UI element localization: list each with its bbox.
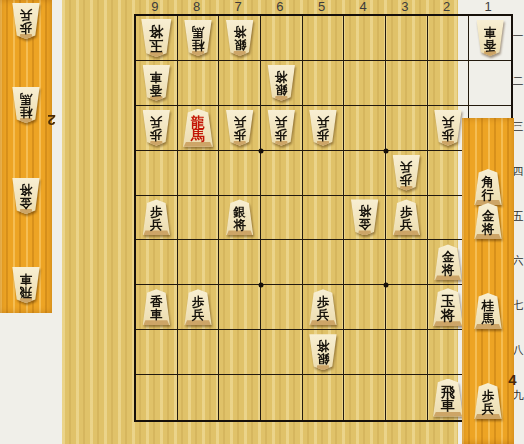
- piece-kanji: 銀将: [307, 334, 338, 370]
- piece-金将-45[interactable]: 金将: [349, 199, 380, 235]
- hand-count-badge: 2: [47, 112, 55, 129]
- piece-歩兵[interactable]: 歩兵: [11, 3, 42, 39]
- square-53[interactable]: 歩兵: [303, 106, 345, 151]
- piece-kanji: 歩兵: [266, 110, 297, 146]
- piece-銀将-62[interactable]: 銀将: [266, 65, 297, 101]
- square-65[interactable]: [261, 196, 303, 241]
- piece-歩兵-35[interactable]: 歩兵: [391, 199, 422, 235]
- square-44[interactable]: [344, 151, 386, 196]
- piece-玉将-27[interactable]: 玉将: [431, 288, 465, 326]
- square-92[interactable]: 香車: [136, 61, 178, 106]
- board-panel: 987654321 玉将桂馬銀将香車香車銀将歩兵龍馬歩兵歩兵歩兵歩兵歩兵歩兵歩兵…: [62, 0, 458, 444]
- hand-count-badge: 4: [508, 371, 516, 388]
- piece-歩兵-53[interactable]: 歩兵: [307, 110, 338, 146]
- piece-香車-92[interactable]: 香車: [141, 65, 172, 101]
- square-61[interactable]: [261, 16, 303, 61]
- piece-kanji: 桂馬: [182, 20, 213, 56]
- square-77[interactable]: [219, 285, 261, 330]
- square-58[interactable]: 銀将: [303, 330, 345, 375]
- piece-飛車[interactable]: 飛車: [11, 267, 42, 303]
- piece-歩兵-63[interactable]: 歩兵: [266, 110, 297, 146]
- square-94[interactable]: [136, 151, 178, 196]
- file-label-7: 7: [217, 0, 259, 14]
- square-81[interactable]: 桂馬: [178, 16, 220, 61]
- square-68[interactable]: [261, 330, 303, 375]
- square-52[interactable]: [303, 61, 345, 106]
- piece-歩兵-87[interactable]: 歩兵: [182, 289, 213, 325]
- piece-金将-26[interactable]: 金将: [432, 244, 463, 280]
- square-76[interactable]: [219, 240, 261, 285]
- square-46[interactable]: [344, 240, 386, 285]
- piece-銀将-58[interactable]: 銀将: [307, 334, 338, 370]
- star-point: [259, 148, 264, 153]
- piece-kanji: 歩兵: [391, 155, 422, 191]
- piece-kanji: 歩兵: [141, 110, 172, 146]
- piece-kanji: 金将: [473, 203, 504, 239]
- square-42[interactable]: [344, 61, 386, 106]
- square-38[interactable]: [386, 330, 428, 375]
- square-87[interactable]: 歩兵: [178, 285, 220, 330]
- hand-piece-歩兵[interactable]: 歩兵: [11, 3, 42, 39]
- file-label-3: 3: [384, 0, 426, 14]
- piece-桂馬[interactable]: 桂馬: [11, 87, 42, 123]
- square-34[interactable]: 歩兵: [386, 151, 428, 196]
- piece-kanji: 銀将: [224, 199, 255, 235]
- piece-香車-97[interactable]: 香車: [141, 289, 172, 325]
- file-label-2: 2: [426, 0, 468, 14]
- square-99[interactable]: [136, 375, 178, 420]
- square-84[interactable]: [178, 151, 220, 196]
- piece-kanji: 玉将: [431, 288, 465, 326]
- piece-kanji: 香車: [141, 65, 172, 101]
- square-49[interactable]: [344, 375, 386, 420]
- square-78[interactable]: [219, 330, 261, 375]
- square-41[interactable]: [344, 16, 386, 61]
- rank-label-2: 二: [511, 59, 524, 104]
- piece-桂馬[interactable]: 桂馬: [473, 293, 504, 329]
- piece-銀将-71[interactable]: 銀将: [224, 20, 255, 56]
- file-label-9: 9: [134, 0, 176, 14]
- star-point: [259, 283, 264, 288]
- piece-kanji: 歩兵: [307, 289, 338, 325]
- piece-kanji: 歩兵: [224, 110, 255, 146]
- square-45[interactable]: 金将: [344, 196, 386, 241]
- file-label-8: 8: [176, 0, 218, 14]
- square-66[interactable]: [261, 240, 303, 285]
- square-54[interactable]: [303, 151, 345, 196]
- piece-kanji: 桂馬: [473, 293, 504, 329]
- piece-kanji: 歩兵: [141, 199, 172, 235]
- square-79[interactable]: [219, 375, 261, 420]
- piece-kanji: 桂馬: [11, 87, 42, 123]
- piece-kanji: 龍馬: [181, 109, 215, 147]
- piece-kanji: 歩兵: [473, 383, 504, 419]
- piece-金将[interactable]: 金将: [11, 178, 42, 214]
- piece-kanji: 香車: [141, 289, 172, 325]
- square-57[interactable]: 歩兵: [303, 285, 345, 330]
- piece-kanji: 歩兵: [11, 3, 42, 39]
- hand-piece-角行[interactable]: 角行: [473, 169, 504, 205]
- piece-歩兵[interactable]: 歩兵: [473, 383, 504, 419]
- square-55[interactable]: [303, 196, 345, 241]
- square-69[interactable]: [261, 375, 303, 420]
- file-label-5: 5: [301, 0, 343, 14]
- hand-piece-桂馬[interactable]: 桂馬2: [11, 87, 42, 123]
- hand-piece-桂馬[interactable]: 桂馬: [473, 293, 504, 329]
- square-39[interactable]: [386, 375, 428, 420]
- piece-歩兵-34[interactable]: 歩兵: [391, 155, 422, 191]
- square-48[interactable]: [344, 330, 386, 375]
- square-64[interactable]: [261, 151, 303, 196]
- piece-玉将-91[interactable]: 玉将: [139, 19, 173, 57]
- square-95[interactable]: 歩兵: [136, 196, 178, 241]
- star-point: [384, 283, 389, 288]
- board-grid: 玉将桂馬銀将香車香車銀将歩兵龍馬歩兵歩兵歩兵歩兵歩兵歩兵歩兵銀将金将歩兵金将歩兵…: [134, 14, 513, 422]
- piece-歩兵-95[interactable]: 歩兵: [141, 199, 172, 235]
- piece-kanji: 金将: [349, 199, 380, 235]
- square-73[interactable]: 歩兵: [219, 106, 261, 151]
- piece-kanji: 飛車: [431, 379, 465, 417]
- square-37[interactable]: [386, 285, 428, 330]
- piece-龍馬-83[interactable]: 龍馬: [181, 109, 215, 147]
- square-93[interactable]: 歩兵: [136, 106, 178, 151]
- square-82[interactable]: [178, 61, 220, 106]
- piece-kanji: 歩兵: [307, 110, 338, 146]
- square-11[interactable]: 香車: [469, 16, 511, 61]
- piece-kanji: 歩兵: [432, 110, 463, 146]
- piece-銀将-75[interactable]: 銀将: [224, 199, 255, 235]
- hand-piece-金将[interactable]: 金将: [11, 178, 42, 214]
- square-83[interactable]: 龍馬: [178, 106, 220, 151]
- square-36[interactable]: [386, 240, 428, 285]
- piece-kanji: 飛車: [11, 267, 42, 303]
- piece-kanji: 金将: [11, 178, 42, 214]
- hand-piece-飛車[interactable]: 飛車: [11, 267, 42, 303]
- piece-kanji: 玉将: [139, 19, 173, 57]
- gote-captured-tray: 歩兵桂馬2金将飛車: [0, 0, 52, 313]
- sente-captured-tray: 角行金将桂馬歩兵4: [462, 118, 514, 444]
- square-62[interactable]: 銀将: [261, 61, 303, 106]
- piece-歩兵-73[interactable]: 歩兵: [224, 110, 255, 146]
- square-22[interactable]: [428, 61, 470, 106]
- file-label-4: 4: [342, 0, 384, 14]
- piece-歩兵-23[interactable]: 歩兵: [432, 110, 463, 146]
- square-86[interactable]: [178, 240, 220, 285]
- file-label-1: 1: [467, 0, 509, 14]
- piece-香車-11[interactable]: 香車: [475, 20, 506, 56]
- piece-kanji: 歩兵: [182, 289, 213, 325]
- square-88[interactable]: [178, 330, 220, 375]
- piece-kanji: 金将: [432, 244, 463, 280]
- piece-歩兵-93[interactable]: 歩兵: [141, 110, 172, 146]
- square-31[interactable]: [386, 16, 428, 61]
- piece-角行[interactable]: 角行: [473, 169, 504, 205]
- square-91[interactable]: 玉将: [136, 16, 178, 61]
- piece-kanji: 銀将: [266, 65, 297, 101]
- square-21[interactable]: [428, 16, 470, 61]
- square-89[interactable]: [178, 375, 220, 420]
- piece-飛車-29[interactable]: 飛車: [431, 379, 465, 417]
- square-96[interactable]: [136, 240, 178, 285]
- square-97[interactable]: 香車: [136, 285, 178, 330]
- square-75[interactable]: 銀将: [219, 196, 261, 241]
- piece-kanji: 香車: [475, 20, 506, 56]
- square-12[interactable]: [469, 61, 511, 106]
- square-32[interactable]: [386, 61, 428, 106]
- square-51[interactable]: [303, 16, 345, 61]
- shogi-app: 歩兵桂馬2金将飛車 987654321 玉将桂馬銀将香車香車銀将歩兵龍馬歩兵歩兵…: [0, 0, 524, 444]
- square-43[interactable]: [344, 106, 386, 151]
- square-47[interactable]: [344, 285, 386, 330]
- piece-kanji: 歩兵: [391, 199, 422, 235]
- star-point: [384, 148, 389, 153]
- square-67[interactable]: [261, 285, 303, 330]
- square-98[interactable]: [136, 330, 178, 375]
- piece-歩兵-57[interactable]: 歩兵: [307, 289, 338, 325]
- square-56[interactable]: [303, 240, 345, 285]
- square-59[interactable]: [303, 375, 345, 420]
- file-labels: 987654321: [134, 0, 509, 14]
- square-72[interactable]: [219, 61, 261, 106]
- hand-piece-歩兵[interactable]: 歩兵4: [473, 383, 504, 419]
- piece-kanji: 銀将: [224, 20, 255, 56]
- piece-桂馬-81[interactable]: 桂馬: [182, 20, 213, 56]
- square-71[interactable]: 銀将: [219, 16, 261, 61]
- piece-金将[interactable]: 金将: [473, 203, 504, 239]
- piece-kanji: 角行: [473, 169, 504, 205]
- square-33[interactable]: [386, 106, 428, 151]
- square-35[interactable]: 歩兵: [386, 196, 428, 241]
- file-label-6: 6: [259, 0, 301, 14]
- hand-piece-金将[interactable]: 金将: [473, 203, 504, 239]
- square-85[interactable]: [178, 196, 220, 241]
- square-74[interactable]: [219, 151, 261, 196]
- square-63[interactable]: 歩兵: [261, 106, 303, 151]
- rank-label-1: 一: [511, 14, 524, 59]
